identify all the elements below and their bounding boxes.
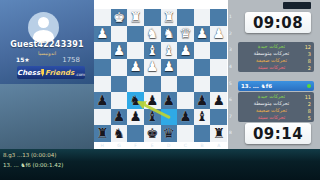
piece-d3[interactable]: ♝ <box>163 44 175 58</box>
rank-label-4: 4 <box>228 59 234 76</box>
square-a1[interactable] <box>210 9 227 26</box>
square-c2[interactable]: ♛ <box>177 26 194 43</box>
square-c4[interactable] <box>177 59 194 76</box>
player-card-top: Guest42243391 اندونيسيا 15★ 1758 Chess F… <box>0 0 94 84</box>
piece-d6[interactable]: ♟ <box>163 94 175 108</box>
square-e8[interactable]: ♚ <box>144 125 161 142</box>
square-d1[interactable]: ♜ <box>161 9 178 26</box>
stat-row-good: تحركات جيدة12 <box>238 43 314 50</box>
piece-d2[interactable]: ♞ <box>163 27 175 41</box>
avatar-head <box>38 17 49 28</box>
square-g3[interactable]: ♟ <box>111 42 128 59</box>
piece-g8[interactable]: ♞ <box>113 127 125 141</box>
square-c7[interactable]: ♟ <box>177 109 194 126</box>
piece-g3[interactable]: ♟ <box>113 44 125 58</box>
eval-dot <box>307 84 311 88</box>
square-b7[interactable]: ♝ <box>194 109 211 126</box>
rank-label-6: 6 <box>228 92 234 109</box>
logo[interactable]: Chess Friends .com <box>17 66 85 79</box>
square-g2[interactable] <box>111 26 128 43</box>
rank-label-8: 8 <box>228 125 234 142</box>
square-a2[interactable]: ♟ <box>210 26 227 43</box>
stat-label: تحركات سيئة <box>241 114 302 121</box>
square-g7[interactable]: ♟ <box>111 109 128 126</box>
square-c8[interactable] <box>177 125 194 142</box>
square-d2[interactable]: ♞ <box>161 26 178 43</box>
file-label-B: B <box>194 142 211 149</box>
square-e4[interactable]: ♟ <box>144 59 161 76</box>
square-h8[interactable]: ♜ <box>94 125 111 142</box>
logo-friends: Friends <box>45 69 74 77</box>
piece-b7[interactable]: ♝ <box>196 110 208 124</box>
square-a3[interactable] <box>210 42 227 59</box>
piece-e4[interactable]: ♟ <box>146 60 158 74</box>
stat-row-weak: تحركات ضعيفة8 <box>238 57 314 64</box>
file-label-F: F <box>127 142 144 149</box>
square-g4[interactable] <box>111 59 128 76</box>
player-top-name: Guest42243391 <box>0 40 94 49</box>
square-f7[interactable]: ♟ <box>127 109 144 126</box>
stat-row-bad: تحركات سيئة5 <box>238 114 314 121</box>
stat-row-weak: تحركات ضعيفة8 <box>238 107 314 114</box>
piece-e7[interactable]: ♝ <box>146 110 158 124</box>
stat-value: 2 <box>302 101 311 107</box>
square-e5[interactable] <box>144 76 161 93</box>
rank-label-3: 3 <box>228 42 234 59</box>
current-move-text: 13. ... ♞f6 <box>241 83 272 89</box>
rank-label-2: 2 <box>228 26 234 43</box>
square-b6[interactable]: ♟ <box>194 92 211 109</box>
square-b1[interactable] <box>194 9 211 26</box>
stat-row-good: تحركات جيدة11 <box>238 93 314 100</box>
rank-label-7: 7 <box>228 109 234 126</box>
stat-value: 5 <box>302 115 311 121</box>
file-labels: HGFEDCBA <box>94 142 227 149</box>
player-card-bottom: الاستاذ M S مصر 44★ 1746 <box>0 84 94 149</box>
square-h3[interactable] <box>94 42 111 59</box>
file-label-A: A <box>210 142 227 149</box>
stat-value: 8 <box>302 108 311 114</box>
stat-value: 12 <box>302 44 311 50</box>
rank-labels: 12345678 <box>228 9 234 142</box>
stat-row-average: تحركات متوسطة2 <box>238 100 314 107</box>
square-e6[interactable]: ♟ <box>144 92 161 109</box>
square-c1[interactable] <box>177 9 194 26</box>
stat-row-average: تحركات متوسطة3 <box>238 50 314 57</box>
stat-label: تحركات جيدة <box>241 43 302 50</box>
piece-e8[interactable]: ♚ <box>146 127 158 141</box>
top-right-banner <box>283 2 311 9</box>
file-label-H: H <box>94 142 111 149</box>
piece-b2[interactable]: ♟ <box>196 27 208 41</box>
square-h7[interactable] <box>94 109 111 126</box>
piece-d1[interactable]: ♜ <box>163 11 175 25</box>
piece-a2[interactable]: ♟ <box>213 27 225 41</box>
rank-label-1: 1 <box>228 9 234 26</box>
piece-e3[interactable]: ♝ <box>146 44 158 58</box>
stat-value: 8 <box>302 58 311 64</box>
square-g6[interactable] <box>111 92 128 109</box>
square-f3[interactable] <box>127 42 144 59</box>
square-a8[interactable]: ♜ <box>210 125 227 142</box>
square-f1[interactable]: ♜ <box>127 9 144 26</box>
square-a5[interactable] <box>210 76 227 93</box>
square-f2[interactable] <box>127 26 144 43</box>
piece-g1[interactable]: ♚ <box>113 11 125 25</box>
piece-h8[interactable]: ♜ <box>96 127 108 141</box>
logo-chess: Chess <box>17 69 40 77</box>
square-d8[interactable]: ♛ <box>161 125 178 142</box>
piece-c3[interactable]: ♟ <box>179 44 191 58</box>
stat-label: تحركات ضعيفة <box>241 57 302 64</box>
square-c6[interactable] <box>177 92 194 109</box>
piece-f1[interactable]: ♜ <box>130 11 142 25</box>
square-e3[interactable]: ♝ <box>144 42 161 59</box>
piece-e2[interactable]: ♞ <box>146 27 158 41</box>
square-h5[interactable] <box>94 76 111 93</box>
piece-h6[interactable]: ♟ <box>96 94 108 108</box>
square-c3[interactable]: ♟ <box>177 42 194 59</box>
bottom-bar: 8.g3 ...13 (0:00:04) 13. ... ♞f6 (0:00:1… <box>0 149 320 180</box>
file-label-G: G <box>111 142 128 149</box>
stat-label: تحركات ضعيفة <box>241 107 302 114</box>
game-screen: Guest42243391 اندونيسيا 15★ 1758 Chess F… <box>0 0 320 180</box>
square-e2[interactable]: ♞ <box>144 26 161 43</box>
clock-top: 09:08 <box>245 12 311 33</box>
piece-c7[interactable]: ♟ <box>179 110 191 124</box>
square-g5[interactable] <box>111 76 128 93</box>
move-history-line2[interactable]: 13. ... ♞f6 (0:00:1.42) <box>3 162 63 168</box>
square-h6[interactable]: ♟ <box>94 92 111 109</box>
piece-d8[interactable]: ♛ <box>163 127 175 141</box>
square-b8[interactable] <box>194 125 211 142</box>
clock-bottom: 09:14 <box>245 123 311 144</box>
square-h4[interactable] <box>94 59 111 76</box>
file-label-E: E <box>144 142 161 149</box>
logo-com: .com <box>75 72 85 79</box>
move-quality-top: تحركات جيدة12تحركات متوسطة3تحركات ضعيفة8… <box>238 42 314 72</box>
square-b5[interactable] <box>194 76 211 93</box>
stat-label: تحركات جيدة <box>241 93 302 100</box>
piece-f4[interactable]: ♟ <box>130 60 142 74</box>
piece-a6[interactable]: ♟ <box>213 94 225 108</box>
square-g8[interactable]: ♞ <box>111 125 128 142</box>
rank-label-5: 5 <box>228 76 234 93</box>
stat-label: تحركات سيئة <box>241 64 302 71</box>
square-d7[interactable] <box>161 109 178 126</box>
square-d5[interactable] <box>161 76 178 93</box>
square-f4[interactable]: ♟ <box>127 59 144 76</box>
piece-f7[interactable]: ♟ <box>130 110 142 124</box>
file-label-D: D <box>161 142 178 149</box>
square-h2[interactable]: ♟ <box>94 26 111 43</box>
square-d4[interactable]: ♟ <box>161 59 178 76</box>
piece-h2[interactable]: ♟ <box>96 27 108 41</box>
piece-c2[interactable]: ♛ <box>179 27 191 41</box>
piece-a8[interactable]: ♜ <box>213 127 225 141</box>
square-d3[interactable]: ♝ <box>161 42 178 59</box>
stat-label: تحركات متوسطة <box>241 50 302 57</box>
file-label-C: C <box>177 142 194 149</box>
piece-e6[interactable]: ♟ <box>146 94 158 108</box>
square-c5[interactable] <box>177 76 194 93</box>
square-f8[interactable] <box>127 125 144 142</box>
square-g1[interactable]: ♚ <box>111 9 128 26</box>
square-b3[interactable] <box>194 42 211 59</box>
shield-icon <box>41 69 44 77</box>
square-a7[interactable] <box>210 109 227 126</box>
stat-value: 2 <box>302 65 311 71</box>
current-move-bar[interactable]: 13. ... ♞f6 <box>238 81 314 91</box>
square-a4[interactable] <box>210 59 227 76</box>
square-d6[interactable]: ♟ <box>161 92 178 109</box>
square-f5[interactable] <box>127 76 144 93</box>
square-b2[interactable]: ♟ <box>194 26 211 43</box>
square-e7[interactable]: ♝ <box>144 109 161 126</box>
stat-row-bad: تحركات سيئة2 <box>238 64 314 71</box>
square-f6[interactable]: ♞ <box>127 92 144 109</box>
piece-b6[interactable]: ♟ <box>196 94 208 108</box>
square-b4[interactable] <box>194 59 211 76</box>
move-history-line1[interactable]: 8.g3 ...13 (0:00:04) <box>3 152 56 158</box>
move-quality-bottom: تحركات جيدة11تحركات متوسطة2تحركات ضعيفة8… <box>238 92 314 122</box>
chess-board: ♚♜♜♟♞♞♛♟♟♟♝♝♟♟♟♟♟♞♟♟♟♟♟♟♝♟♝♜♞♚♛♜ <box>94 9 227 142</box>
piece-g7[interactable]: ♟ <box>113 110 125 124</box>
piece-f6[interactable]: ♞ <box>130 94 142 108</box>
square-a6[interactable]: ♟ <box>210 92 227 109</box>
player-top-rating: 1758 <box>62 56 80 64</box>
square-h1[interactable] <box>94 9 111 26</box>
square-e1[interactable] <box>144 9 161 26</box>
stat-label: تحركات متوسطة <box>241 100 302 107</box>
piece-d4[interactable]: ♟ <box>163 60 175 74</box>
avatar-icon <box>28 12 59 43</box>
stat-value: 3 <box>302 51 311 57</box>
stat-value: 11 <box>302 94 311 100</box>
player-top-stars: 15★ <box>16 56 30 63</box>
